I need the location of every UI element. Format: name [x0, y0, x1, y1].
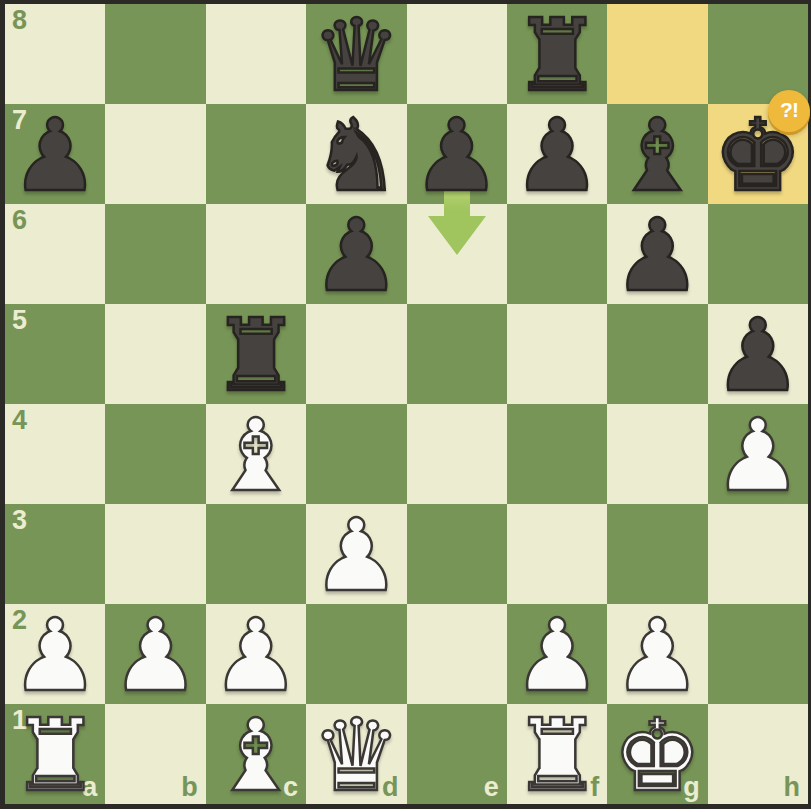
white-bishop[interactable]: ♝	[211, 706, 301, 806]
square-a2[interactable]: 2♟	[5, 604, 105, 704]
square-d5[interactable]	[306, 304, 406, 404]
rank-label-5: 5	[12, 307, 27, 334]
black-pawn[interactable]: ♟	[412, 106, 502, 206]
square-g2[interactable]: ♟	[607, 604, 707, 704]
white-pawn[interactable]: ♟	[211, 606, 301, 706]
square-f8[interactable]: ♜	[507, 4, 607, 104]
square-f7[interactable]: ♟	[507, 104, 607, 204]
square-d7[interactable]: ♞	[306, 104, 406, 204]
square-d3[interactable]: ♟	[306, 504, 406, 604]
square-g6[interactable]: ♟	[607, 204, 707, 304]
black-queen[interactable]: ♛	[311, 6, 401, 106]
white-rook[interactable]: ♜	[10, 706, 100, 806]
square-h6[interactable]	[708, 204, 808, 304]
square-e4[interactable]	[407, 404, 507, 504]
square-a8[interactable]: 8	[5, 4, 105, 104]
file-label-h: h	[784, 774, 801, 801]
black-rook[interactable]: ♜	[512, 6, 602, 106]
white-pawn[interactable]: ♟	[613, 606, 703, 706]
square-b2[interactable]: ♟	[105, 604, 205, 704]
square-h7[interactable]: ♚	[708, 104, 808, 204]
square-e6[interactable]	[407, 204, 507, 304]
square-c5[interactable]: ♜	[206, 304, 306, 404]
square-e7[interactable]: ♟	[407, 104, 507, 204]
square-e1[interactable]: e	[407, 704, 507, 804]
square-a7[interactable]: 7♟	[5, 104, 105, 204]
square-c6[interactable]	[206, 204, 306, 304]
rank-label-3: 3	[12, 507, 27, 534]
square-c2[interactable]: ♟	[206, 604, 306, 704]
black-pawn[interactable]: ♟	[10, 106, 100, 206]
black-pawn[interactable]: ♟	[713, 306, 803, 406]
square-f1[interactable]: f♜	[507, 704, 607, 804]
square-a1[interactable]: 1a♜	[5, 704, 105, 804]
chess-board-frame: 8♛♜7♟♞♟♟♝♚6♟♟5♜♟4♝♟3♟2♟♟♟♟♟1a♜bc♝d♛ef♜g♚…	[0, 0, 811, 809]
square-b6[interactable]	[105, 204, 205, 304]
square-h8[interactable]	[708, 4, 808, 104]
square-c1[interactable]: c♝	[206, 704, 306, 804]
square-b1[interactable]: b	[105, 704, 205, 804]
square-b7[interactable]	[105, 104, 205, 204]
square-d1[interactable]: d♛	[306, 704, 406, 804]
square-h1[interactable]: h	[708, 704, 808, 804]
black-rook[interactable]: ♜	[211, 306, 301, 406]
rank-label-4: 4	[12, 407, 27, 434]
square-f4[interactable]	[507, 404, 607, 504]
square-e8[interactable]	[407, 4, 507, 104]
white-rook[interactable]: ♜	[512, 706, 602, 806]
file-label-e: e	[484, 774, 499, 801]
square-b8[interactable]	[105, 4, 205, 104]
square-a4[interactable]: 4	[5, 404, 105, 504]
white-pawn[interactable]: ♟	[512, 606, 602, 706]
file-label-b: b	[181, 774, 198, 801]
square-d8[interactable]: ♛	[306, 4, 406, 104]
square-e3[interactable]	[407, 504, 507, 604]
white-pawn[interactable]: ♟	[10, 606, 100, 706]
square-a5[interactable]: 5	[5, 304, 105, 404]
black-knight[interactable]: ♞	[311, 106, 401, 206]
square-g3[interactable]	[607, 504, 707, 604]
square-c7[interactable]	[206, 104, 306, 204]
square-a6[interactable]: 6	[5, 204, 105, 304]
white-pawn[interactable]: ♟	[713, 406, 803, 506]
black-pawn[interactable]: ♟	[512, 106, 602, 206]
square-c3[interactable]	[206, 504, 306, 604]
square-g7[interactable]: ♝	[607, 104, 707, 204]
square-d2[interactable]	[306, 604, 406, 704]
square-e2[interactable]	[407, 604, 507, 704]
black-king[interactable]: ♚	[713, 106, 803, 206]
white-pawn[interactable]: ♟	[111, 606, 201, 706]
square-d4[interactable]	[306, 404, 406, 504]
square-g4[interactable]	[607, 404, 707, 504]
square-f3[interactable]	[507, 504, 607, 604]
square-g8[interactable]	[607, 4, 707, 104]
square-a3[interactable]: 3	[5, 504, 105, 604]
chess-board: 8♛♜7♟♞♟♟♝♚6♟♟5♜♟4♝♟3♟2♟♟♟♟♟1a♜bc♝d♛ef♜g♚…	[5, 4, 808, 801]
square-b3[interactable]	[105, 504, 205, 604]
square-g1[interactable]: g♚	[607, 704, 707, 804]
black-pawn[interactable]: ♟	[613, 206, 703, 306]
white-pawn[interactable]: ♟	[311, 506, 401, 606]
square-b5[interactable]	[105, 304, 205, 404]
square-f6[interactable]	[507, 204, 607, 304]
square-b4[interactable]	[105, 404, 205, 504]
white-queen[interactable]: ♛	[311, 706, 401, 806]
square-g5[interactable]	[607, 304, 707, 404]
square-f2[interactable]: ♟	[507, 604, 607, 704]
square-h4[interactable]: ♟	[708, 404, 808, 504]
square-c4[interactable]: ♝	[206, 404, 306, 504]
square-d6[interactable]: ♟	[306, 204, 406, 304]
square-e5[interactable]	[407, 304, 507, 404]
square-h2[interactable]	[708, 604, 808, 704]
white-bishop[interactable]: ♝	[211, 406, 301, 506]
square-c8[interactable]	[206, 4, 306, 104]
square-h3[interactable]	[708, 504, 808, 604]
square-f5[interactable]	[507, 304, 607, 404]
white-king[interactable]: ♚	[613, 706, 703, 806]
square-h5[interactable]: ♟	[708, 304, 808, 404]
black-bishop[interactable]: ♝	[613, 106, 703, 206]
black-pawn[interactable]: ♟	[311, 206, 401, 306]
rank-label-8: 8	[12, 7, 27, 34]
